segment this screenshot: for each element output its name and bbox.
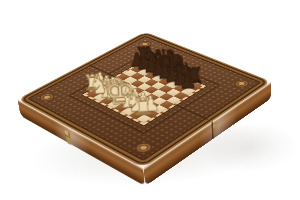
hinge-pin: [213, 124, 215, 132]
perspective-scene: ♜♞♝♛♚♝♞♜♟♟♟♟♟♟♟♟♟♟♟♟♟♟♟♟♜♞♝♛♚♝♞♜: [0, 0, 300, 200]
chess-board-box: ♜♞♝♛♚♝♞♜♟♟♟♟♟♟♟♟♟♟♟♟♟♟♟♟♜♞♝♛♚♝♞♜: [17, 32, 271, 168]
piece-black-pawn: ♟: [171, 71, 205, 92]
square-h1: ♜: [136, 114, 151, 123]
border-rosette: [33, 90, 61, 105]
brass-clasp: [62, 128, 74, 147]
piece-white-rook: ♜: [125, 95, 160, 119]
board-top-face: ♜♞♝♛♚♝♞♜♟♟♟♟♟♟♟♟♟♟♟♟♟♟♟♟♜♞♝♛♚♝♞♜: [17, 32, 271, 168]
playing-area: ♜♞♝♛♚♝♞♜♟♟♟♟♟♟♟♟♟♟♟♟♟♟♟♟♜♞♝♛♚♝♞♜: [82, 60, 206, 126]
product-photo-canvas: ♜♞♝♛♚♝♞♜♟♟♟♟♟♟♟♟♟♟♟♟♟♟♟♟♜♞♝♛♚♝♞♜: [0, 0, 300, 200]
border-rosette: [128, 139, 160, 158]
border-rosette: [228, 76, 256, 91]
camera-tilt-wrapper: ♜♞♝♛♚♝♞♜♟♟♟♟♟♟♟♟♟♟♟♟♟♟♟♟♜♞♝♛♚♝♞♜: [0, 0, 300, 200]
clasp-hook: [65, 134, 71, 145]
